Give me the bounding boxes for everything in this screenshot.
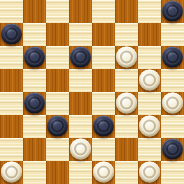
white-checker[interactable] bbox=[1, 162, 22, 183]
checker-ring bbox=[74, 143, 87, 156]
square-c1[interactable] bbox=[46, 161, 69, 184]
square-c8 bbox=[46, 0, 69, 23]
square-e1[interactable] bbox=[92, 161, 115, 184]
square-g6 bbox=[138, 46, 161, 69]
black-checker[interactable] bbox=[93, 116, 114, 137]
square-c5[interactable] bbox=[46, 69, 69, 92]
white-checker[interactable] bbox=[70, 139, 91, 160]
white-checker[interactable] bbox=[139, 70, 160, 91]
square-c3[interactable] bbox=[46, 115, 69, 138]
square-h8[interactable] bbox=[161, 0, 184, 23]
square-a4 bbox=[0, 92, 23, 115]
black-checker[interactable] bbox=[24, 93, 45, 114]
checker-ring bbox=[97, 120, 110, 133]
square-g2 bbox=[138, 138, 161, 161]
square-h1 bbox=[161, 161, 184, 184]
black-checker[interactable] bbox=[162, 1, 183, 22]
white-checker[interactable] bbox=[139, 116, 160, 137]
black-checker[interactable] bbox=[1, 24, 22, 45]
black-checker[interactable] bbox=[70, 47, 91, 68]
square-d8[interactable] bbox=[69, 0, 92, 23]
white-checker[interactable] bbox=[116, 93, 137, 114]
checker-ring bbox=[51, 120, 64, 133]
square-d4[interactable] bbox=[69, 92, 92, 115]
square-b6[interactable] bbox=[23, 46, 46, 69]
checker-ring bbox=[5, 28, 18, 41]
checker-ring bbox=[120, 97, 133, 110]
square-e4 bbox=[92, 92, 115, 115]
square-f6[interactable] bbox=[115, 46, 138, 69]
white-checker[interactable] bbox=[116, 47, 137, 68]
square-g7[interactable] bbox=[138, 23, 161, 46]
square-h4[interactable] bbox=[161, 92, 184, 115]
square-e8 bbox=[92, 0, 115, 23]
white-checker[interactable] bbox=[162, 93, 183, 114]
checker-ring bbox=[5, 166, 18, 179]
black-checker[interactable] bbox=[162, 47, 183, 68]
square-c4 bbox=[46, 92, 69, 115]
black-checker[interactable] bbox=[47, 116, 68, 137]
square-e3[interactable] bbox=[92, 115, 115, 138]
square-b5 bbox=[23, 69, 46, 92]
checker-ring bbox=[166, 51, 179, 64]
square-d7 bbox=[69, 23, 92, 46]
square-a2 bbox=[0, 138, 23, 161]
checker-ring bbox=[28, 97, 41, 110]
checker-ring bbox=[28, 51, 41, 64]
square-b3 bbox=[23, 115, 46, 138]
square-e7[interactable] bbox=[92, 23, 115, 46]
square-g8 bbox=[138, 0, 161, 23]
square-d3 bbox=[69, 115, 92, 138]
square-e5[interactable] bbox=[92, 69, 115, 92]
square-a7[interactable] bbox=[0, 23, 23, 46]
square-a3[interactable] bbox=[0, 115, 23, 138]
black-checker[interactable] bbox=[24, 47, 45, 68]
square-a5[interactable] bbox=[0, 69, 23, 92]
square-e2 bbox=[92, 138, 115, 161]
square-b1 bbox=[23, 161, 46, 184]
square-h3 bbox=[161, 115, 184, 138]
square-g1[interactable] bbox=[138, 161, 161, 184]
checker-ring bbox=[166, 5, 179, 18]
black-checker[interactable] bbox=[162, 139, 183, 160]
checker-ring bbox=[74, 51, 87, 64]
square-d2[interactable] bbox=[69, 138, 92, 161]
white-checker[interactable] bbox=[93, 162, 114, 183]
square-f7 bbox=[115, 23, 138, 46]
square-c6 bbox=[46, 46, 69, 69]
checker-ring bbox=[120, 51, 133, 64]
square-g4 bbox=[138, 92, 161, 115]
checker-ring bbox=[143, 74, 156, 87]
checker-ring bbox=[143, 166, 156, 179]
square-b2[interactable] bbox=[23, 138, 46, 161]
white-checker[interactable] bbox=[139, 162, 160, 183]
square-e6 bbox=[92, 46, 115, 69]
square-f8[interactable] bbox=[115, 0, 138, 23]
square-f2[interactable] bbox=[115, 138, 138, 161]
square-h6[interactable] bbox=[161, 46, 184, 69]
square-d1 bbox=[69, 161, 92, 184]
square-g3[interactable] bbox=[138, 115, 161, 138]
square-b8[interactable] bbox=[23, 0, 46, 23]
square-d6[interactable] bbox=[69, 46, 92, 69]
checker-ring bbox=[166, 97, 179, 110]
square-g5[interactable] bbox=[138, 69, 161, 92]
square-h7 bbox=[161, 23, 184, 46]
square-c2 bbox=[46, 138, 69, 161]
square-f5 bbox=[115, 69, 138, 92]
square-d5 bbox=[69, 69, 92, 92]
checkers-board bbox=[0, 0, 184, 184]
square-f3 bbox=[115, 115, 138, 138]
square-f1 bbox=[115, 161, 138, 184]
square-a8 bbox=[0, 0, 23, 23]
checker-ring bbox=[97, 166, 110, 179]
square-a6 bbox=[0, 46, 23, 69]
square-h5 bbox=[161, 69, 184, 92]
square-a1[interactable] bbox=[0, 161, 23, 184]
square-f4[interactable] bbox=[115, 92, 138, 115]
square-c7[interactable] bbox=[46, 23, 69, 46]
checker-ring bbox=[166, 143, 179, 156]
square-b7 bbox=[23, 23, 46, 46]
square-h2[interactable] bbox=[161, 138, 184, 161]
checker-ring bbox=[143, 120, 156, 133]
square-b4[interactable] bbox=[23, 92, 46, 115]
